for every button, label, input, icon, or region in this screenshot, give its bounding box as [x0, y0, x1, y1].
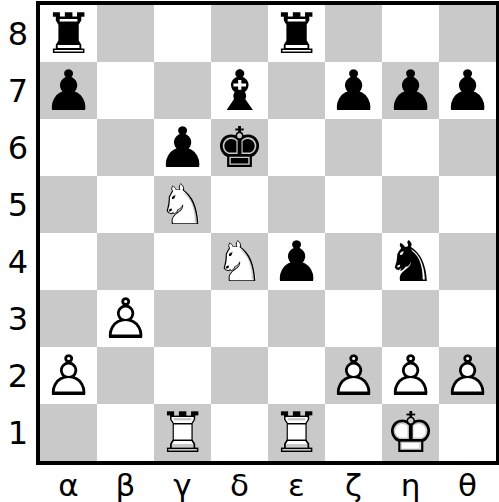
rank-labels: 87654321	[0, 5, 36, 461]
square-g4[interactable]: ♞	[382, 233, 439, 290]
black-king-glyph: ♚	[211, 119, 268, 176]
white-pawn-outline-layer: ♙	[325, 347, 382, 404]
file-labels: αβγδεζηθ	[40, 466, 496, 502]
square-h1[interactable]	[439, 404, 496, 461]
square-f3[interactable]	[325, 290, 382, 347]
chess-board: ♜♜♟♝♟♟♟♟♚♞♘♞♘♟♞♟♙♟♙♟♙♟♙♟♙♜♖♜♖♚♔	[36, 1, 499, 465]
black-rook-glyph: ♜	[268, 5, 325, 62]
square-h6[interactable]	[439, 119, 496, 176]
rank-label-6: 6	[0, 119, 36, 176]
white-knight-outline-layer: ♘	[154, 176, 211, 233]
square-a8[interactable]: ♜	[40, 5, 97, 62]
square-e1[interactable]: ♜♖	[268, 404, 325, 461]
square-d7[interactable]: ♝	[211, 62, 268, 119]
square-c1[interactable]: ♜♖	[154, 404, 211, 461]
file-label-b: β	[97, 466, 154, 502]
square-e5[interactable]	[268, 176, 325, 233]
black-rook-piece[interactable]: ♜	[268, 5, 325, 62]
square-b5[interactable]	[97, 176, 154, 233]
square-a3[interactable]	[40, 290, 97, 347]
square-h7[interactable]: ♟	[439, 62, 496, 119]
black-pawn-piece[interactable]: ♟	[325, 62, 382, 119]
file-label-f: ζ	[325, 466, 382, 502]
black-knight-piece[interactable]: ♞	[382, 233, 439, 290]
square-e3[interactable]	[268, 290, 325, 347]
square-b3[interactable]: ♟♙	[97, 290, 154, 347]
black-pawn-piece[interactable]: ♟	[382, 62, 439, 119]
black-pawn-glyph: ♟	[325, 62, 382, 119]
square-b2[interactable]	[97, 347, 154, 404]
file-label-h: θ	[439, 466, 496, 502]
square-d4[interactable]: ♞♘	[211, 233, 268, 290]
square-f7[interactable]: ♟	[325, 62, 382, 119]
file-label-g: η	[382, 466, 439, 502]
square-g1[interactable]: ♚♔	[382, 404, 439, 461]
square-a1[interactable]	[40, 404, 97, 461]
white-pawn-piece[interactable]: ♟♙	[439, 347, 496, 404]
rank-label-5: 5	[0, 176, 36, 233]
black-rook-piece[interactable]: ♜	[40, 5, 97, 62]
square-h8[interactable]	[439, 5, 496, 62]
square-b8[interactable]	[97, 5, 154, 62]
square-d5[interactable]	[211, 176, 268, 233]
square-h3[interactable]	[439, 290, 496, 347]
square-d6[interactable]: ♚	[211, 119, 268, 176]
square-b4[interactable]	[97, 233, 154, 290]
square-f5[interactable]	[325, 176, 382, 233]
square-c2[interactable]	[154, 347, 211, 404]
white-pawn-outline-layer: ♙	[97, 290, 154, 347]
square-d2[interactable]	[211, 347, 268, 404]
square-a7[interactable]: ♟	[40, 62, 97, 119]
square-h5[interactable]	[439, 176, 496, 233]
square-h2[interactable]: ♟♙	[439, 347, 496, 404]
square-f6[interactable]	[325, 119, 382, 176]
black-rook-glyph: ♜	[40, 5, 97, 62]
square-f1[interactable]	[325, 404, 382, 461]
black-pawn-piece[interactable]: ♟	[268, 233, 325, 290]
white-rook-piece[interactable]: ♜♖	[268, 404, 325, 461]
square-e7[interactable]	[268, 62, 325, 119]
square-e4[interactable]: ♟	[268, 233, 325, 290]
square-e2[interactable]	[268, 347, 325, 404]
square-b1[interactable]	[97, 404, 154, 461]
white-pawn-outline-layer: ♙	[439, 347, 496, 404]
square-b7[interactable]	[97, 62, 154, 119]
rank-label-3: 3	[0, 290, 36, 347]
black-king-piece[interactable]: ♚	[211, 119, 268, 176]
square-g6[interactable]	[382, 119, 439, 176]
square-c7[interactable]	[154, 62, 211, 119]
file-label-c: γ	[154, 466, 211, 502]
black-pawn-glyph: ♟	[382, 62, 439, 119]
square-e6[interactable]	[268, 119, 325, 176]
square-a4[interactable]	[40, 233, 97, 290]
square-g2[interactable]: ♟♙	[382, 347, 439, 404]
square-c5[interactable]: ♞♘	[154, 176, 211, 233]
square-e8[interactable]: ♜	[268, 5, 325, 62]
file-label-a: α	[40, 466, 97, 502]
white-rook-outline-layer: ♖	[154, 404, 211, 461]
file-label-d: δ	[211, 466, 268, 502]
black-pawn-piece[interactable]: ♟	[439, 62, 496, 119]
white-pawn-piece[interactable]: ♟♙	[325, 347, 382, 404]
square-f4[interactable]	[325, 233, 382, 290]
square-c4[interactable]	[154, 233, 211, 290]
square-d3[interactable]	[211, 290, 268, 347]
black-bishop-glyph: ♝	[211, 62, 268, 119]
rank-label-2: 2	[0, 347, 36, 404]
file-label-e: ε	[268, 466, 325, 502]
white-pawn-piece[interactable]: ♟♙	[97, 290, 154, 347]
black-pawn-glyph: ♟	[268, 233, 325, 290]
white-pawn-outline-layer: ♙	[40, 347, 97, 404]
black-pawn-glyph: ♟	[40, 62, 97, 119]
square-a5[interactable]	[40, 176, 97, 233]
square-f2[interactable]: ♟♙	[325, 347, 382, 404]
white-pawn-piece[interactable]: ♟♙	[382, 347, 439, 404]
white-knight-piece[interactable]: ♞♘	[211, 233, 268, 290]
square-h4[interactable]	[439, 233, 496, 290]
square-d8[interactable]	[211, 5, 268, 62]
square-g8[interactable]	[382, 5, 439, 62]
square-c8[interactable]	[154, 5, 211, 62]
white-rook-piece[interactable]: ♜♖	[154, 404, 211, 461]
square-d1[interactable]	[211, 404, 268, 461]
square-g5[interactable]	[382, 176, 439, 233]
rank-label-4: 4	[0, 233, 36, 290]
square-b6[interactable]	[97, 119, 154, 176]
rank-label-1: 1	[0, 404, 36, 461]
white-pawn-outline-layer: ♙	[382, 347, 439, 404]
square-c6[interactable]: ♟	[154, 119, 211, 176]
black-bishop-piece[interactable]: ♝	[211, 62, 268, 119]
white-king-piece[interactable]: ♚♔	[382, 404, 439, 461]
square-a2[interactable]: ♟♙	[40, 347, 97, 404]
white-pawn-piece[interactable]: ♟♙	[40, 347, 97, 404]
black-pawn-piece[interactable]: ♟	[40, 62, 97, 119]
rank-label-7: 7	[0, 62, 36, 119]
square-c3[interactable]	[154, 290, 211, 347]
white-knight-piece[interactable]: ♞♘	[154, 176, 211, 233]
white-king-outline-layer: ♔	[382, 404, 439, 461]
square-f8[interactable]	[325, 5, 382, 62]
square-a6[interactable]	[40, 119, 97, 176]
white-rook-outline-layer: ♖	[268, 404, 325, 461]
black-pawn-piece[interactable]: ♟	[154, 119, 211, 176]
rank-label-8: 8	[0, 5, 36, 62]
chess-diagram: 87654321 ♜♜♟♝♟♟♟♟♚♞♘♞♘♟♞♟♙♟♙♟♙♟♙♟♙♜♖♜♖♚♔…	[0, 0, 499, 502]
black-knight-glyph: ♞	[382, 233, 439, 290]
square-g3[interactable]	[382, 290, 439, 347]
black-pawn-glyph: ♟	[439, 62, 496, 119]
square-g7[interactable]: ♟	[382, 62, 439, 119]
black-pawn-glyph: ♟	[154, 119, 211, 176]
white-knight-outline-layer: ♘	[211, 233, 268, 290]
